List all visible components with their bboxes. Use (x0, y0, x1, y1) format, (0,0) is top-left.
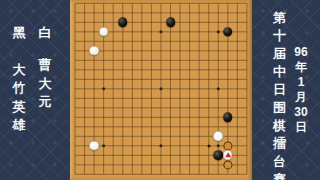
black-player-column: 黑 (10, 25, 28, 41)
vertical-text-char: 竹 (13, 79, 26, 97)
white-stone (89, 46, 99, 56)
white-stone (99, 27, 109, 37)
vertical-text-char: 第 (273, 9, 286, 27)
black-stone (166, 18, 176, 28)
go-broadcast-frame: 白 曹大元 黑 大竹英雄 第十届中日围棋擂台赛 96年1月30日 (0, 0, 320, 180)
black-player-name: 大竹英雄 (10, 61, 28, 134)
date-part: 30 (294, 105, 307, 120)
event-date: 96年1月30日 (290, 45, 312, 135)
black-stone (223, 113, 233, 123)
vertical-text-char: 中 (273, 63, 286, 81)
vertical-text-char: 围 (273, 99, 286, 117)
date-part: 年 (295, 60, 307, 75)
white-label: 白 (39, 25, 52, 41)
vertical-text-char: 大 (13, 61, 26, 79)
star-point (102, 87, 105, 90)
vertical-text-char: 英 (13, 98, 26, 116)
vertical-text-char: 大 (39, 75, 52, 94)
black-stone (213, 151, 223, 161)
date-part: 日 (295, 120, 307, 135)
white-stone (89, 141, 99, 151)
players-panel: 白 曹大元 黑 大竹英雄 (0, 0, 70, 180)
star-point (217, 30, 220, 33)
event-title: 第十届中日围棋擂台赛 (271, 9, 288, 177)
last-move-triangle-icon (225, 152, 231, 157)
event-panel: 第十届中日围棋擂台赛 96年1月30日 (252, 0, 320, 180)
vertical-text-char: 十 (273, 27, 286, 45)
star-point (159, 87, 162, 90)
white-player-column: 白 (36, 25, 54, 41)
date-part: 96 (294, 45, 307, 60)
dot-marker (207, 144, 210, 147)
date-part: 1 (298, 75, 305, 90)
date-part: 月 (295, 90, 307, 105)
vertical-text-char: 元 (39, 93, 52, 112)
star-point (217, 87, 220, 90)
white-stone (213, 132, 223, 142)
star-point (159, 144, 162, 147)
vertical-text-char: 棋 (273, 117, 286, 135)
black-stone (118, 18, 128, 28)
vertical-text-char: 曹 (39, 56, 52, 75)
vertical-text-char: 雄 (13, 116, 26, 134)
star-point (159, 30, 162, 33)
white-player-name: 曹大元 (36, 56, 54, 112)
vertical-text-char: 赛 (273, 171, 286, 180)
vertical-text-char: 擂 (273, 135, 286, 153)
vertical-text-char: 日 (273, 81, 286, 99)
star-point (102, 144, 105, 147)
vertical-text-char: 台 (273, 153, 286, 171)
white-stone-last-move (223, 151, 233, 161)
black-stone (223, 27, 233, 37)
star-point (217, 144, 220, 147)
black-label: 黑 (13, 25, 26, 41)
vertical-text-char: 届 (273, 45, 286, 63)
go-board (70, 0, 252, 180)
